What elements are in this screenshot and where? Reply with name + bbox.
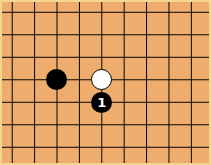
white-stone bbox=[91, 69, 112, 90]
go-diagram-frame: 1 bbox=[0, 0, 211, 165]
black-stone bbox=[46, 69, 67, 90]
go-board-grid: 1 bbox=[1, 1, 203, 159]
black-stone-move-1: 1 bbox=[91, 92, 112, 113]
